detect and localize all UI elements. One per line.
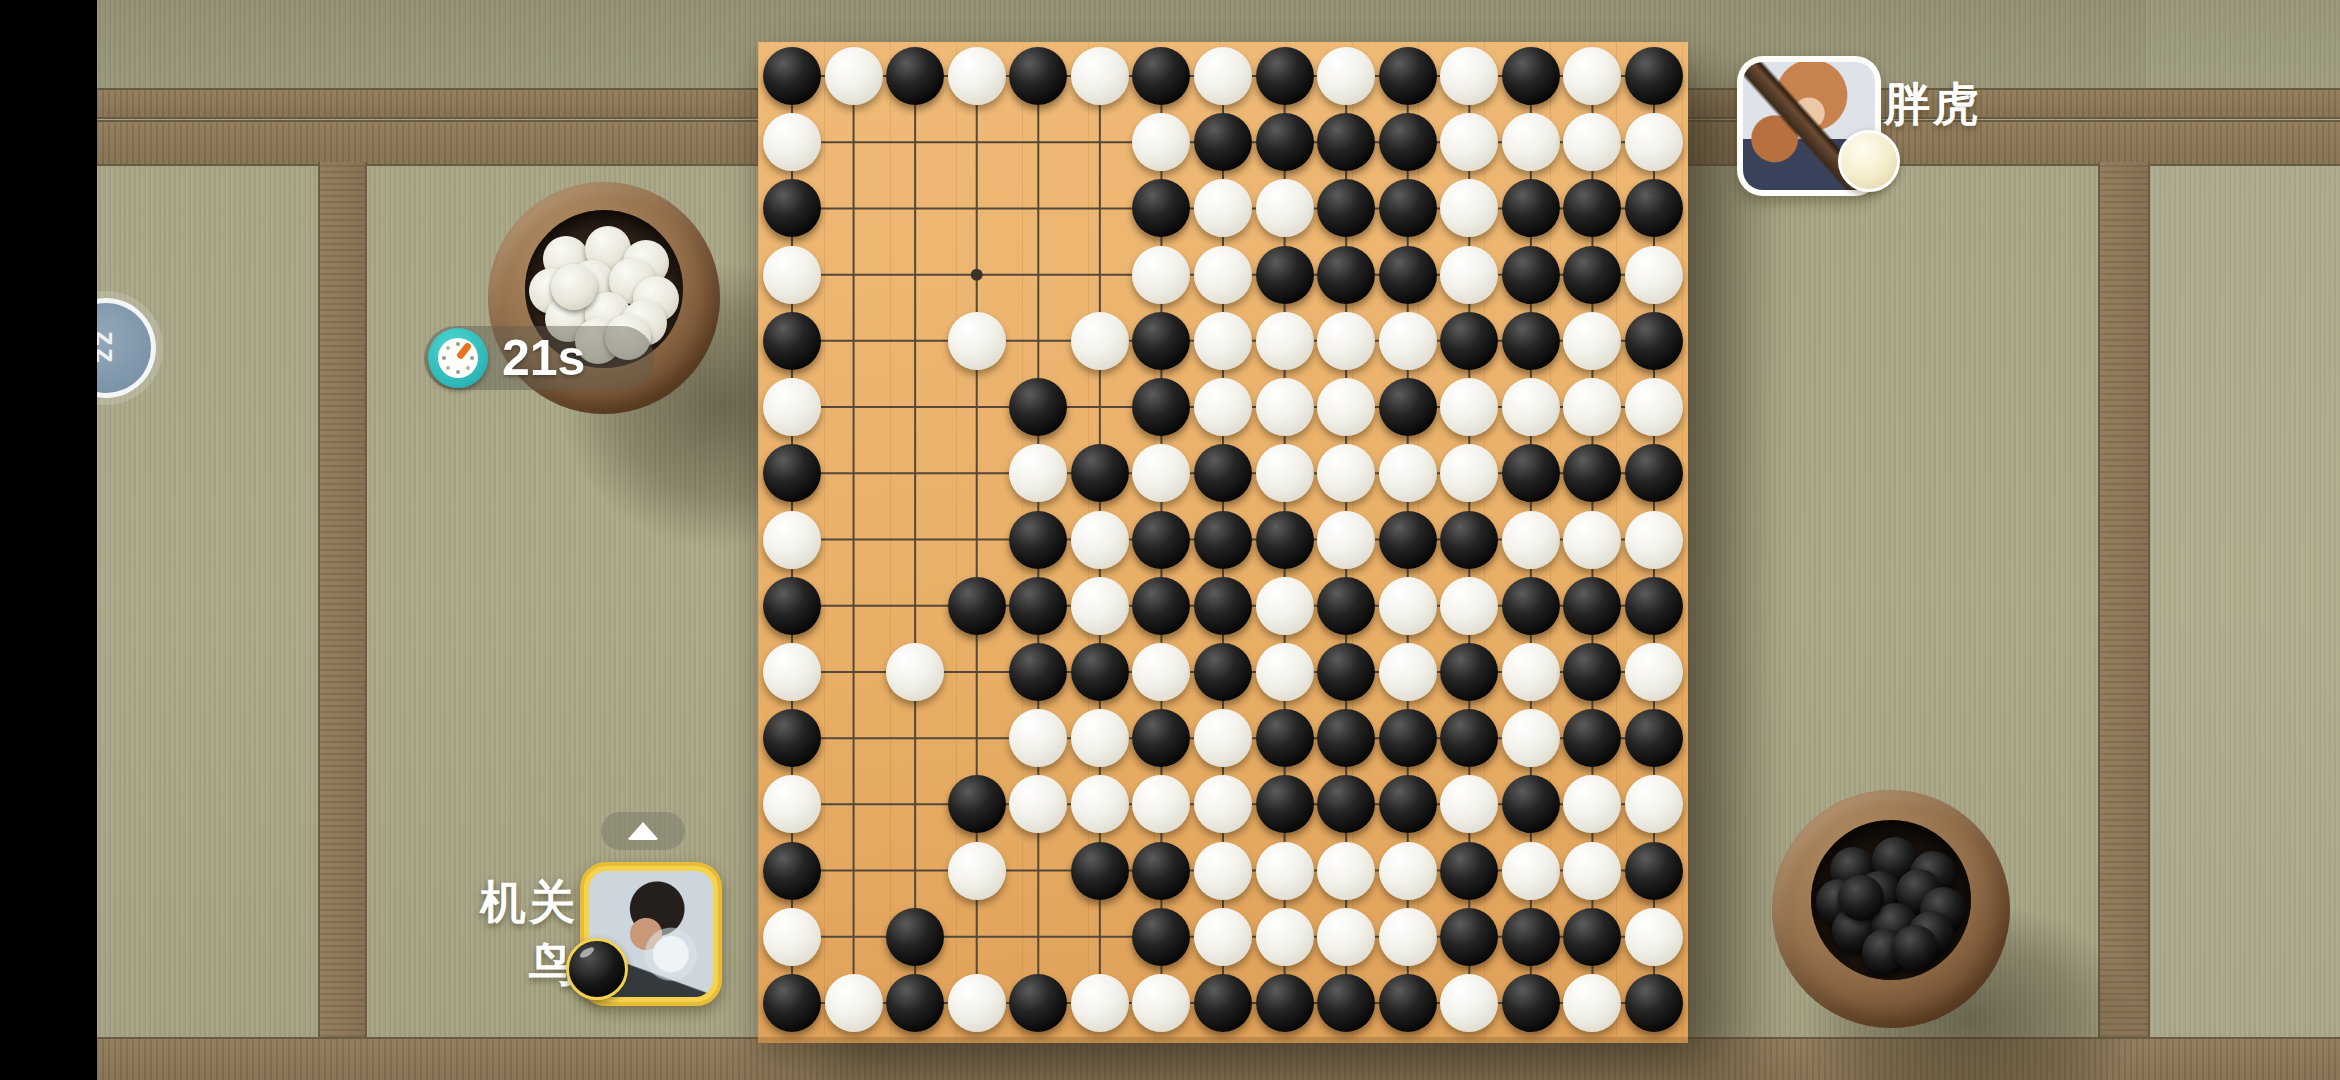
stone-black <box>1379 179 1437 237</box>
stone-white <box>1194 908 1252 966</box>
stone-black <box>1009 577 1067 635</box>
stone-black <box>1440 312 1498 370</box>
stone-black <box>1502 179 1560 237</box>
white-stone-indicator-icon <box>1838 130 1900 192</box>
stone-black <box>1071 444 1129 502</box>
stone-white <box>948 312 1006 370</box>
stone-white <box>1194 246 1252 304</box>
stone-white <box>1625 246 1683 304</box>
stone-black <box>1317 974 1375 1032</box>
game-screen: 21s 胖虎 机关鸟 zz <box>0 0 2340 1080</box>
stone-white <box>1317 47 1375 105</box>
stone-black <box>1625 842 1683 900</box>
stone-black <box>1194 577 1252 635</box>
stone-white <box>1563 312 1621 370</box>
stone-white <box>763 643 821 701</box>
white-bowl-stone <box>551 264 597 310</box>
stone-white <box>1194 378 1252 436</box>
stone-white <box>1379 312 1437 370</box>
stone-white <box>763 113 821 171</box>
stone-white <box>1440 246 1498 304</box>
stone-black <box>1194 113 1252 171</box>
stone-black <box>1317 113 1375 171</box>
stone-white <box>1502 709 1560 767</box>
stone-black <box>1009 511 1067 569</box>
stone-black <box>1625 47 1683 105</box>
stone-white <box>1071 974 1129 1032</box>
stone-white <box>1625 113 1683 171</box>
stone-black <box>1502 775 1560 833</box>
stone-black <box>1379 775 1437 833</box>
stone-black <box>1440 908 1498 966</box>
stone-black <box>1563 246 1621 304</box>
stone-black <box>1502 444 1560 502</box>
stone-white <box>1071 709 1129 767</box>
stone-white <box>1379 908 1437 966</box>
stone-white <box>1256 577 1314 635</box>
black-bowl-stone <box>1892 925 1938 971</box>
stone-black <box>1256 246 1314 304</box>
stone-black <box>1625 444 1683 502</box>
stone-white <box>1440 577 1498 635</box>
stone-black <box>1502 312 1560 370</box>
stone-white <box>1071 775 1129 833</box>
stone-white <box>763 908 821 966</box>
stone-black <box>1256 974 1314 1032</box>
stone-white <box>1132 643 1190 701</box>
stone-black <box>1563 577 1621 635</box>
stone-black <box>1194 444 1252 502</box>
stone-white <box>1317 842 1375 900</box>
stone-black <box>1009 378 1067 436</box>
stone-white <box>1440 974 1498 1032</box>
stone-white <box>1194 709 1252 767</box>
stone-white <box>948 842 1006 900</box>
stone-black <box>1256 775 1314 833</box>
stone-black <box>1379 246 1437 304</box>
expand-bubble-button[interactable] <box>601 812 685 850</box>
stone-black <box>1379 709 1437 767</box>
stone-white <box>1071 47 1129 105</box>
stone-white <box>825 47 883 105</box>
stone-black <box>886 47 944 105</box>
stone-white <box>1563 511 1621 569</box>
stone-black <box>1440 643 1498 701</box>
black-stone-bowl <box>1772 790 2010 1028</box>
stone-white <box>1440 378 1498 436</box>
stone-white <box>1317 511 1375 569</box>
stone-white <box>1379 577 1437 635</box>
stone-black <box>1379 974 1437 1032</box>
stone-white <box>1379 444 1437 502</box>
stone-black <box>763 47 821 105</box>
stone-black <box>1317 643 1375 701</box>
stone-black <box>1440 511 1498 569</box>
stone-white <box>1502 113 1560 171</box>
stone-white <box>1071 511 1129 569</box>
black-player-name: 机关鸟 <box>436 872 578 996</box>
stone-white <box>1256 179 1314 237</box>
stone-black <box>1317 577 1375 635</box>
black-stone-indicator-icon <box>566 938 628 1000</box>
stone-black <box>1132 842 1190 900</box>
stone-black <box>948 775 1006 833</box>
stone-white <box>1625 511 1683 569</box>
black-bowl-stone <box>1838 875 1884 921</box>
stone-white <box>1256 908 1314 966</box>
stone-black <box>1194 974 1252 1032</box>
stone-black <box>1256 511 1314 569</box>
stone-black <box>1256 47 1314 105</box>
tatami-border-strip <box>318 162 367 1037</box>
stone-black <box>1194 643 1252 701</box>
stone-white <box>1256 312 1314 370</box>
stone-black <box>1625 312 1683 370</box>
stone-white <box>1440 47 1498 105</box>
stone-black <box>948 577 1006 635</box>
timer-value: 21s <box>502 329 585 387</box>
stone-black <box>763 577 821 635</box>
stone-black <box>763 842 821 900</box>
stone-black <box>1563 643 1621 701</box>
stone-white <box>948 974 1006 1032</box>
stone-white <box>1194 47 1252 105</box>
stone-black <box>763 444 821 502</box>
stone-black <box>1132 908 1190 966</box>
stone-black <box>1256 709 1314 767</box>
stone-white <box>763 511 821 569</box>
stone-white <box>1379 842 1437 900</box>
stone-white <box>1379 643 1437 701</box>
stone-white <box>763 378 821 436</box>
stone-white <box>1317 908 1375 966</box>
stone-black <box>1194 511 1252 569</box>
stone-black <box>1502 577 1560 635</box>
black-bowl-stones <box>1811 820 1971 980</box>
white-player-name: 胖虎 <box>1884 74 1982 136</box>
screen-notch-bar <box>0 0 97 1080</box>
stone-white <box>1132 246 1190 304</box>
stone-black <box>1009 643 1067 701</box>
up-arrow-icon <box>627 822 659 840</box>
stone-white <box>1502 842 1560 900</box>
stone-black <box>1379 113 1437 171</box>
stone-black <box>1256 113 1314 171</box>
go-board[interactable] <box>758 42 1688 1043</box>
stone-white <box>1317 312 1375 370</box>
stone-white <box>1625 378 1683 436</box>
stone-black <box>886 908 944 966</box>
stone-white <box>1256 643 1314 701</box>
stone-white <box>1194 312 1252 370</box>
stone-black <box>1625 577 1683 635</box>
stone-white <box>1502 378 1560 436</box>
stone-black <box>1132 312 1190 370</box>
stone-black <box>1379 511 1437 569</box>
stone-black <box>1563 908 1621 966</box>
stone-white <box>1256 378 1314 436</box>
stone-black <box>1009 974 1067 1032</box>
stone-white <box>1071 577 1129 635</box>
stone-black <box>1502 47 1560 105</box>
stone-white <box>1256 842 1314 900</box>
stone-white <box>763 246 821 304</box>
stone-black <box>1379 47 1437 105</box>
stone-white <box>1194 775 1252 833</box>
stone-black <box>1009 47 1067 105</box>
stone-white <box>1194 842 1252 900</box>
stone-white <box>825 974 883 1032</box>
stopwatch-icon <box>428 328 488 388</box>
stone-black <box>1317 246 1375 304</box>
stone-black <box>1502 974 1560 1032</box>
stone-white <box>1071 312 1129 370</box>
stone-white <box>1317 378 1375 436</box>
stone-black <box>1625 974 1683 1032</box>
stone-black <box>1071 643 1129 701</box>
stone-white <box>1256 444 1314 502</box>
move-timer: 21s <box>424 326 654 390</box>
stone-black <box>763 709 821 767</box>
stone-black <box>1132 511 1190 569</box>
stone-white <box>1625 775 1683 833</box>
stone-white <box>1502 511 1560 569</box>
stone-white <box>1625 908 1683 966</box>
stone-black <box>1379 378 1437 436</box>
stone-black <box>1440 842 1498 900</box>
stone-white <box>1625 643 1683 701</box>
stone-black <box>1625 709 1683 767</box>
stone-black <box>763 312 821 370</box>
stone-black <box>1317 709 1375 767</box>
stone-white <box>1502 643 1560 701</box>
tatami-border-strip <box>2098 162 2150 1037</box>
stone-white <box>1563 842 1621 900</box>
stone-black <box>1502 908 1560 966</box>
stone-white <box>948 47 1006 105</box>
stone-black <box>886 974 944 1032</box>
stone-black <box>1502 246 1560 304</box>
stone-white <box>886 643 944 701</box>
stone-black <box>763 974 821 1032</box>
stone-white <box>763 775 821 833</box>
stone-black <box>1071 842 1129 900</box>
stone-black <box>1132 577 1190 635</box>
